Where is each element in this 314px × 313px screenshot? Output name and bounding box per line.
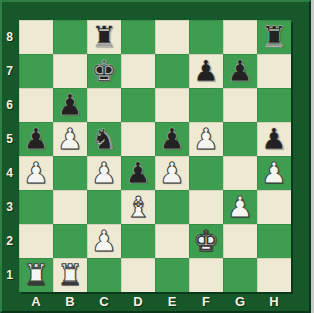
square-d5[interactable]: [121, 122, 155, 156]
white-rook-piece[interactable]: ♜: [23, 258, 49, 292]
square-g1[interactable]: [223, 258, 257, 292]
chess-board[interactable]: ♜♜♚♟♟♟♟♟♞♟♟♟♟♟♟♟♟♝♟♟♚♜♜: [19, 20, 291, 292]
square-f6[interactable]: [189, 88, 223, 122]
square-g7[interactable]: ♟: [223, 54, 257, 88]
square-b1[interactable]: ♜: [53, 258, 87, 292]
file-label-a: A: [19, 292, 53, 311]
square-d7[interactable]: [121, 54, 155, 88]
square-c5[interactable]: ♞: [87, 122, 121, 156]
rank-label-5: 5: [0, 122, 19, 156]
square-f3[interactable]: [189, 190, 223, 224]
rank-label-4: 4: [0, 156, 19, 190]
square-a1[interactable]: ♜: [19, 258, 53, 292]
square-e8[interactable]: [155, 20, 189, 54]
black-king-piece[interactable]: ♚: [91, 54, 117, 88]
square-d6[interactable]: [121, 88, 155, 122]
square-c1[interactable]: [87, 258, 121, 292]
square-h1[interactable]: [257, 258, 291, 292]
square-g8[interactable]: [223, 20, 257, 54]
square-b3[interactable]: [53, 190, 87, 224]
white-bishop-piece[interactable]: ♝: [125, 190, 151, 224]
square-b8[interactable]: [53, 20, 87, 54]
file-label-b: B: [53, 292, 87, 311]
square-a7[interactable]: [19, 54, 53, 88]
file-label-d: D: [121, 292, 155, 311]
square-a8[interactable]: [19, 20, 53, 54]
square-f5[interactable]: ♟: [189, 122, 223, 156]
white-king-piece[interactable]: ♚: [193, 224, 219, 258]
chess-diagram: 87654321 ♜♜♚♟♟♟♟♟♞♟♟♟♟♟♟♟♟♝♟♟♚♜♜ ABCDEFG…: [0, 0, 314, 313]
white-pawn-piece[interactable]: ♟: [23, 156, 49, 190]
file-label-g: G: [223, 292, 257, 311]
white-pawn-piece[interactable]: ♟: [57, 122, 83, 156]
black-rook-piece[interactable]: ♜: [91, 20, 117, 54]
square-f2[interactable]: ♚: [189, 224, 223, 258]
black-pawn-piece[interactable]: ♟: [57, 88, 83, 122]
black-pawn-piece[interactable]: ♟: [261, 122, 287, 156]
square-e7[interactable]: [155, 54, 189, 88]
black-pawn-piece[interactable]: ♟: [159, 122, 185, 156]
square-a6[interactable]: [19, 88, 53, 122]
square-h2[interactable]: [257, 224, 291, 258]
square-d8[interactable]: [121, 20, 155, 54]
square-b4[interactable]: [53, 156, 87, 190]
square-a2[interactable]: [19, 224, 53, 258]
white-pawn-piece[interactable]: ♟: [91, 224, 117, 258]
square-a3[interactable]: [19, 190, 53, 224]
white-pawn-piece[interactable]: ♟: [227, 190, 253, 224]
square-d1[interactable]: [121, 258, 155, 292]
rank-label-8: 8: [0, 20, 19, 54]
white-pawn-piece[interactable]: ♟: [159, 156, 185, 190]
rank-label-2: 2: [0, 224, 19, 258]
square-h5[interactable]: ♟: [257, 122, 291, 156]
square-h3[interactable]: [257, 190, 291, 224]
square-f7[interactable]: ♟: [189, 54, 223, 88]
file-label-c: C: [87, 292, 121, 311]
black-pawn-piece[interactable]: ♟: [193, 54, 219, 88]
square-c4[interactable]: ♟: [87, 156, 121, 190]
rank-label-1: 1: [0, 258, 19, 292]
square-c8[interactable]: ♜: [87, 20, 121, 54]
square-e3[interactable]: [155, 190, 189, 224]
square-d3[interactable]: ♝: [121, 190, 155, 224]
square-b6[interactable]: ♟: [53, 88, 87, 122]
rank-label-3: 3: [0, 190, 19, 224]
white-pawn-piece[interactable]: ♟: [91, 156, 117, 190]
file-label-e: E: [155, 292, 189, 311]
square-b2[interactable]: [53, 224, 87, 258]
square-g6[interactable]: [223, 88, 257, 122]
file-labels: ABCDEFGH: [19, 292, 291, 311]
file-label-h: H: [257, 292, 291, 311]
square-h4[interactable]: ♟: [257, 156, 291, 190]
square-c7[interactable]: ♚: [87, 54, 121, 88]
square-b7[interactable]: [53, 54, 87, 88]
black-pawn-piece[interactable]: ♟: [227, 54, 253, 88]
rank-labels: 87654321: [0, 20, 19, 292]
square-f1[interactable]: [189, 258, 223, 292]
square-a4[interactable]: ♟: [19, 156, 53, 190]
black-pawn-piece[interactable]: ♟: [125, 156, 151, 190]
square-e4[interactable]: ♟: [155, 156, 189, 190]
square-f4[interactable]: [189, 156, 223, 190]
square-c6[interactable]: [87, 88, 121, 122]
black-rook-piece[interactable]: ♜: [261, 20, 287, 54]
square-a5[interactable]: ♟: [19, 122, 53, 156]
square-h6[interactable]: [257, 88, 291, 122]
square-e2[interactable]: [155, 224, 189, 258]
square-g2[interactable]: [223, 224, 257, 258]
square-e5[interactable]: ♟: [155, 122, 189, 156]
white-pawn-piece[interactable]: ♟: [193, 122, 219, 156]
square-b5[interactable]: ♟: [53, 122, 87, 156]
black-knight-piece[interactable]: ♞: [91, 122, 117, 156]
square-g4[interactable]: [223, 156, 257, 190]
rank-label-6: 6: [0, 88, 19, 122]
square-d2[interactable]: [121, 224, 155, 258]
rank-label-7: 7: [0, 54, 19, 88]
white-pawn-piece[interactable]: ♟: [261, 156, 287, 190]
square-f8[interactable]: [189, 20, 223, 54]
black-pawn-piece[interactable]: ♟: [23, 122, 49, 156]
square-e1[interactable]: [155, 258, 189, 292]
square-d4[interactable]: ♟: [121, 156, 155, 190]
square-e6[interactable]: [155, 88, 189, 122]
white-rook-piece[interactable]: ♜: [57, 258, 83, 292]
square-c3[interactable]: [87, 190, 121, 224]
file-label-f: F: [189, 292, 223, 311]
square-g5[interactable]: [223, 122, 257, 156]
square-h7[interactable]: [257, 54, 291, 88]
square-c2[interactable]: ♟: [87, 224, 121, 258]
square-g3[interactable]: ♟: [223, 190, 257, 224]
square-h8[interactable]: ♜: [257, 20, 291, 54]
